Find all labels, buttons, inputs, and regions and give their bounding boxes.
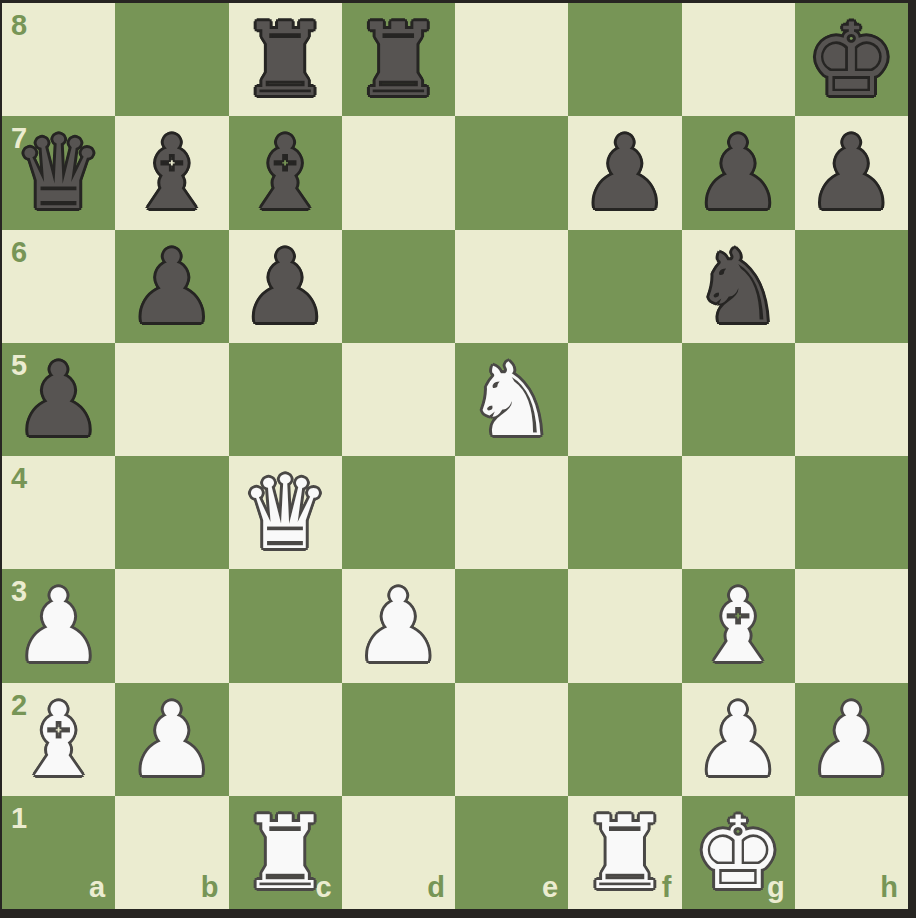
chess-app-background: 8♜♜♚7♛♝♝♟♟♟6♟♟♞5♟♞4♛3♟♟♝2♝♟♟♟1abc♜def♜g♚… [0,0,916,918]
file-label-e: e [542,873,558,902]
white-pawn[interactable]: ♟ [693,690,784,791]
square-a4[interactable]: 4 [2,456,115,569]
black-pawn[interactable]: ♟ [693,123,784,224]
square-d8[interactable]: ♜ [342,3,455,116]
square-c2[interactable] [229,683,342,796]
square-f5[interactable] [568,343,681,456]
square-b2[interactable]: ♟ [115,683,228,796]
square-c8[interactable]: ♜ [229,3,342,116]
square-e3[interactable] [455,569,568,682]
square-b1[interactable]: b [115,796,228,909]
square-d4[interactable] [342,456,455,569]
file-label-a: a [89,873,105,902]
square-b4[interactable] [115,456,228,569]
square-g6[interactable]: ♞ [682,230,795,343]
square-e5[interactable]: ♞ [455,343,568,456]
square-c5[interactable] [229,343,342,456]
square-f6[interactable] [568,230,681,343]
square-f4[interactable] [568,456,681,569]
square-d7[interactable] [342,116,455,229]
square-d2[interactable] [342,683,455,796]
square-h4[interactable] [795,456,908,569]
black-bishop[interactable]: ♝ [127,123,218,224]
square-a8[interactable]: 8 [2,3,115,116]
black-king[interactable]: ♚ [806,10,897,111]
file-label-b: b [201,873,219,902]
square-h7[interactable]: ♟ [795,116,908,229]
square-d5[interactable] [342,343,455,456]
square-c4[interactable]: ♛ [229,456,342,569]
white-knight[interactable]: ♞ [466,350,557,451]
black-rook[interactable]: ♜ [353,10,444,111]
rank-label-4: 4 [11,464,27,493]
square-h1[interactable]: h [795,796,908,909]
white-king[interactable]: ♚ [693,803,784,904]
square-a3[interactable]: 3♟ [2,569,115,682]
square-d6[interactable] [342,230,455,343]
square-g3[interactable]: ♝ [682,569,795,682]
square-e4[interactable] [455,456,568,569]
square-h8[interactable]: ♚ [795,3,908,116]
square-b5[interactable] [115,343,228,456]
file-label-h: h [880,873,898,902]
black-pawn[interactable]: ♟ [580,123,671,224]
square-c3[interactable] [229,569,342,682]
square-g7[interactable]: ♟ [682,116,795,229]
square-b6[interactable]: ♟ [115,230,228,343]
white-bishop[interactable]: ♝ [693,576,784,677]
square-c7[interactable]: ♝ [229,116,342,229]
square-b8[interactable] [115,3,228,116]
square-h3[interactable] [795,569,908,682]
square-e1[interactable]: e [455,796,568,909]
square-d3[interactable]: ♟ [342,569,455,682]
white-pawn[interactable]: ♟ [353,576,444,677]
white-rook[interactable]: ♜ [240,803,331,904]
square-f3[interactable] [568,569,681,682]
square-e8[interactable] [455,3,568,116]
white-pawn[interactable]: ♟ [13,576,104,677]
square-g2[interactable]: ♟ [682,683,795,796]
square-e7[interactable] [455,116,568,229]
black-queen[interactable]: ♛ [13,123,104,224]
square-g4[interactable] [682,456,795,569]
black-bishop[interactable]: ♝ [240,123,331,224]
square-b3[interactable] [115,569,228,682]
square-f8[interactable] [568,3,681,116]
white-pawn[interactable]: ♟ [806,690,897,791]
square-h2[interactable]: ♟ [795,683,908,796]
square-a2[interactable]: 2♝ [2,683,115,796]
file-label-d: d [427,873,445,902]
rank-label-1: 1 [11,804,27,833]
black-knight[interactable]: ♞ [693,237,784,338]
square-g1[interactable]: g♚ [682,796,795,909]
square-a6[interactable]: 6 [2,230,115,343]
square-e6[interactable] [455,230,568,343]
black-pawn[interactable]: ♟ [13,350,104,451]
square-a7[interactable]: 7♛ [2,116,115,229]
square-f1[interactable]: f♜ [568,796,681,909]
black-rook[interactable]: ♜ [240,10,331,111]
square-f2[interactable] [568,683,681,796]
white-pawn[interactable]: ♟ [127,690,218,791]
white-rook[interactable]: ♜ [580,803,671,904]
black-pawn[interactable]: ♟ [240,237,331,338]
square-c1[interactable]: c♜ [229,796,342,909]
rank-label-6: 6 [11,238,27,267]
rank-label-8: 8 [11,11,27,40]
square-c6[interactable]: ♟ [229,230,342,343]
square-e2[interactable] [455,683,568,796]
black-pawn[interactable]: ♟ [806,123,897,224]
square-a1[interactable]: 1a [2,796,115,909]
square-g8[interactable] [682,3,795,116]
black-pawn[interactable]: ♟ [127,237,218,338]
square-f7[interactable]: ♟ [568,116,681,229]
square-h5[interactable] [795,343,908,456]
square-d1[interactable]: d [342,796,455,909]
white-queen[interactable]: ♛ [240,463,331,564]
square-h6[interactable] [795,230,908,343]
square-g5[interactable] [682,343,795,456]
square-a5[interactable]: 5♟ [2,343,115,456]
chess-board: 8♜♜♚7♛♝♝♟♟♟6♟♟♞5♟♞4♛3♟♟♝2♝♟♟♟1abc♜def♜g♚… [2,3,908,909]
white-bishop[interactable]: ♝ [13,690,104,791]
square-b7[interactable]: ♝ [115,116,228,229]
